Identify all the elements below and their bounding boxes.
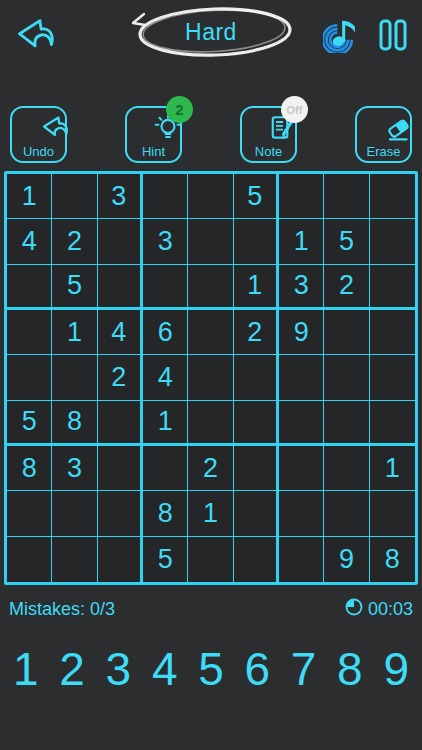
sudoku-cell-r5c1[interactable]: [7, 355, 52, 400]
sudoku-cell-r3c2[interactable]: 5: [52, 265, 97, 310]
sudoku-cell-r2c9[interactable]: [370, 219, 415, 264]
timer-value: 00:03: [368, 599, 413, 620]
sudoku-cell-r2c3[interactable]: [98, 219, 143, 264]
back-arrow-icon: [14, 17, 54, 56]
sudoku-cell-r3c7[interactable]: 3: [279, 265, 324, 310]
undo-button[interactable]: Undo: [10, 106, 67, 163]
sudoku-cell-r6c4[interactable]: 1: [143, 401, 188, 446]
sudoku-cell-r4c4[interactable]: 6: [143, 310, 188, 355]
sudoku-cell-r4c9[interactable]: [370, 310, 415, 355]
sudoku-cell-r7c7[interactable]: [279, 446, 324, 491]
numpad-4[interactable]: 4: [152, 646, 178, 692]
sudoku-cell-r6c9[interactable]: [370, 401, 415, 446]
sudoku-cell-r1c6[interactable]: 5: [234, 174, 279, 219]
numpad-2[interactable]: 2: [59, 646, 85, 692]
numpad-1[interactable]: 1: [13, 646, 39, 692]
header: Hard: [0, 0, 422, 62]
sudoku-cell-r8c8[interactable]: [324, 491, 369, 536]
sudoku-cell-r3c5[interactable]: [188, 265, 233, 310]
sudoku-cell-r1c9[interactable]: [370, 174, 415, 219]
sudoku-cell-r2c4[interactable]: 3: [143, 219, 188, 264]
sudoku-cell-r3c3[interactable]: [98, 265, 143, 310]
difficulty-label: Hard: [185, 19, 237, 46]
sudoku-cell-r3c4[interactable]: [143, 265, 188, 310]
music-button[interactable]: [323, 16, 360, 56]
pause-icon: [378, 18, 408, 55]
sudoku-cell-r2c5[interactable]: [188, 219, 233, 264]
sudoku-cell-r8c2[interactable]: [52, 491, 97, 536]
numpad-3[interactable]: 3: [106, 646, 132, 692]
sudoku-cell-r6c6[interactable]: [234, 401, 279, 446]
hint-count-badge: 2: [166, 96, 193, 123]
sudoku-cell-r9c9[interactable]: 8: [370, 537, 415, 582]
sudoku-cell-r8c4[interactable]: 8: [143, 491, 188, 536]
sudoku-cell-r8c6[interactable]: [234, 491, 279, 536]
sudoku-cell-r5c2[interactable]: [52, 355, 97, 400]
sudoku-cell-r9c8[interactable]: 9: [324, 537, 369, 582]
back-button[interactable]: [14, 17, 54, 56]
sudoku-cell-r3c8[interactable]: 2: [324, 265, 369, 310]
sudoku-cell-r7c1[interactable]: 8: [7, 446, 52, 491]
sudoku-cell-r7c4[interactable]: [143, 446, 188, 491]
numpad-9[interactable]: 9: [383, 646, 409, 692]
sudoku-cell-r7c9[interactable]: 1: [370, 446, 415, 491]
sudoku-cell-r4c8[interactable]: [324, 310, 369, 355]
sudoku-cell-r8c3[interactable]: [98, 491, 143, 536]
sudoku-cell-r5c8[interactable]: [324, 355, 369, 400]
sudoku-cell-r6c1[interactable]: 5: [7, 401, 52, 446]
sudoku-cell-r3c6[interactable]: 1: [234, 265, 279, 310]
sudoku-cell-r1c4[interactable]: [143, 174, 188, 219]
sudoku-cell-r9c7[interactable]: [279, 537, 324, 582]
note-button[interactable]: Note Off: [240, 106, 297, 163]
sudoku-cell-r7c8[interactable]: [324, 446, 369, 491]
sudoku-cell-r9c3[interactable]: [98, 537, 143, 582]
undo-label: Undo: [23, 145, 54, 158]
sudoku-app-screen: Hard: [0, 0, 422, 750]
sudoku-cell-r9c1[interactable]: [7, 537, 52, 582]
pause-button[interactable]: [378, 18, 408, 55]
status-bar: Mistakes: 0/3 00:03: [0, 597, 422, 622]
mistakes-counter: Mistakes: 0/3: [9, 599, 115, 620]
timer: 00:03: [344, 597, 413, 622]
sudoku-cell-r2c2[interactable]: 2: [52, 219, 97, 264]
erase-button[interactable]: Erase: [355, 106, 412, 163]
numpad-7[interactable]: 7: [291, 646, 317, 692]
sudoku-cell-r7c6[interactable]: [234, 446, 279, 491]
sudoku-cell-r7c5[interactable]: 2: [188, 446, 233, 491]
sudoku-cell-r5c4[interactable]: 4: [143, 355, 188, 400]
sudoku-cell-r8c1[interactable]: [7, 491, 52, 536]
sudoku-cell-r4c7[interactable]: 9: [279, 310, 324, 355]
sudoku-cell-r1c7[interactable]: [279, 174, 324, 219]
note-mode-badge: Off: [281, 96, 308, 123]
sudoku-cell-r6c8[interactable]: [324, 401, 369, 446]
sudoku-cell-r7c2[interactable]: 3: [52, 446, 97, 491]
sudoku-cell-r9c4[interactable]: 5: [143, 537, 188, 582]
numpad-8[interactable]: 8: [337, 646, 363, 692]
sudoku-cell-r2c6[interactable]: [234, 219, 279, 264]
sudoku-cell-r9c6[interactable]: [234, 537, 279, 582]
number-pad: 123456789: [0, 646, 422, 692]
toolbar: Undo Hint 2 Note: [0, 106, 422, 163]
sudoku-cell-r8c7[interactable]: [279, 491, 324, 536]
sudoku-cell-r5c5[interactable]: [188, 355, 233, 400]
sudoku-cell-r6c3[interactable]: [98, 401, 143, 446]
sudoku-cell-r6c2[interactable]: 8: [52, 401, 97, 446]
sudoku-cell-r8c9[interactable]: [370, 491, 415, 536]
sudoku-cell-r4c1[interactable]: [7, 310, 52, 355]
sudoku-cell-r5c7[interactable]: [279, 355, 324, 400]
sudoku-cell-r4c5[interactable]: [188, 310, 233, 355]
sudoku-cell-r3c9[interactable]: [370, 265, 415, 310]
sudoku-cell-r4c2[interactable]: 1: [52, 310, 97, 355]
sudoku-cell-r5c3[interactable]: 2: [98, 355, 143, 400]
note-label: Note: [255, 145, 282, 158]
numpad-6[interactable]: 6: [244, 646, 270, 692]
sudoku-cell-r1c3[interactable]: 3: [98, 174, 143, 219]
sudoku-cell-r6c5[interactable]: [188, 401, 233, 446]
clock-icon: [344, 597, 364, 622]
sudoku-grid: 1354231551321462924581832181598: [4, 171, 418, 585]
sudoku-cell-r1c1[interactable]: 1: [7, 174, 52, 219]
sudoku-cell-r5c6[interactable]: [234, 355, 279, 400]
sudoku-cell-r2c1[interactable]: 4: [7, 219, 52, 264]
sudoku-cell-r1c2[interactable]: [52, 174, 97, 219]
sudoku-cell-r4c6[interactable]: 2: [234, 310, 279, 355]
sudoku-cell-r1c5[interactable]: [188, 174, 233, 219]
erase-label: Erase: [367, 145, 401, 158]
numpad-5[interactable]: 5: [198, 646, 224, 692]
hint-label: Hint: [142, 145, 165, 158]
hint-button[interactable]: Hint 2: [125, 106, 182, 163]
sudoku-cell-r3c1[interactable]: [7, 265, 52, 310]
sudoku-cell-r6c7[interactable]: [279, 401, 324, 446]
sudoku-cell-r2c8[interactable]: 5: [324, 219, 369, 264]
sudoku-cell-r4c3[interactable]: 4: [98, 310, 143, 355]
sudoku-cell-r9c2[interactable]: [52, 537, 97, 582]
sudoku-cell-r7c3[interactable]: [98, 446, 143, 491]
sudoku-cell-r2c7[interactable]: 1: [279, 219, 324, 264]
sudoku-cell-r5c9[interactable]: [370, 355, 415, 400]
music-note-icon: [323, 16, 360, 56]
sudoku-cell-r8c5[interactable]: 1: [188, 491, 233, 536]
sudoku-cell-r1c8[interactable]: [324, 174, 369, 219]
header-right-icons: [323, 16, 408, 56]
sudoku-cell-r9c5[interactable]: [188, 537, 233, 582]
difficulty-title-wrap: Hard: [126, 4, 296, 60]
